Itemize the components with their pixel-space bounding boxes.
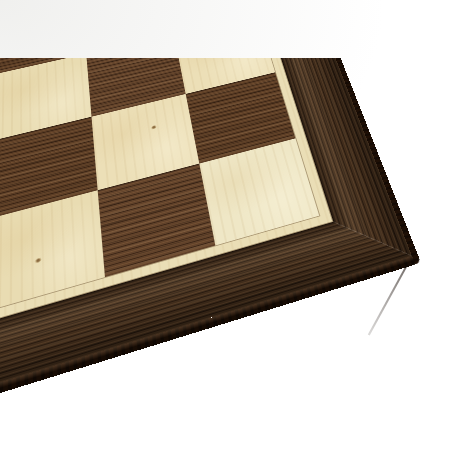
board-photo xyxy=(0,58,452,452)
chess-board xyxy=(0,58,412,452)
photo-backdrop xyxy=(0,0,452,452)
